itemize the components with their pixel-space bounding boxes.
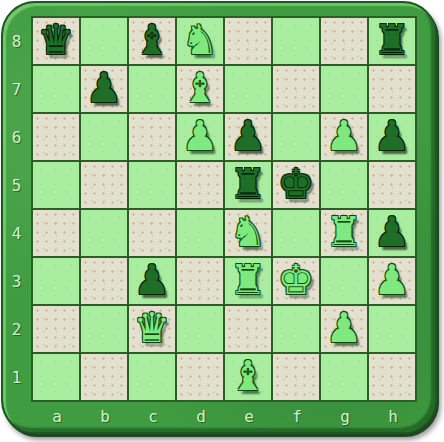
rank-label-3: 3: [3, 257, 30, 305]
rank-label-2: 2: [3, 305, 30, 353]
square-a5[interactable]: [33, 162, 79, 208]
square-f1[interactable]: [273, 354, 319, 400]
square-c8[interactable]: ♝: [129, 18, 175, 64]
square-b8[interactable]: [81, 18, 127, 64]
square-h1[interactable]: [369, 354, 415, 400]
square-e2[interactable]: [225, 306, 271, 352]
square-c5[interactable]: [129, 162, 175, 208]
rank-label-7: 7: [3, 65, 30, 113]
square-a8[interactable]: ♛: [33, 18, 79, 64]
square-a4[interactable]: [33, 210, 79, 256]
square-e6[interactable]: ♟: [225, 114, 271, 160]
square-d8[interactable]: ♞: [177, 18, 223, 64]
square-g1[interactable]: [321, 354, 367, 400]
square-g2[interactable]: ♟: [321, 306, 367, 352]
square-f2[interactable]: [273, 306, 319, 352]
square-f5[interactable]: ♚: [273, 162, 319, 208]
square-g3[interactable]: [321, 258, 367, 304]
square-b1[interactable]: [81, 354, 127, 400]
black-pawn[interactable]: ♟: [374, 113, 411, 159]
square-h2[interactable]: [369, 306, 415, 352]
black-queen[interactable]: ♛: [38, 17, 75, 63]
square-d6[interactable]: ♟: [177, 114, 223, 160]
square-f7[interactable]: [273, 66, 319, 112]
square-g8[interactable]: [321, 18, 367, 64]
white-queen[interactable]: ♛: [134, 305, 171, 351]
square-b6[interactable]: [81, 114, 127, 160]
white-knight[interactable]: ♞: [230, 209, 267, 255]
square-h3[interactable]: ♟: [369, 258, 415, 304]
square-c7[interactable]: [129, 66, 175, 112]
rank-label-4: 4: [3, 209, 30, 257]
chess-board[interactable]: ♛♝♞♜♟♝♟♟♟♟♜♚♞♜♟♟♜♚♟♛♟♝: [31, 16, 417, 402]
square-d4[interactable]: [177, 210, 223, 256]
square-g7[interactable]: [321, 66, 367, 112]
black-bishop[interactable]: ♝: [134, 17, 171, 63]
white-knight[interactable]: ♞: [182, 17, 219, 63]
square-f4[interactable]: [273, 210, 319, 256]
square-c3[interactable]: ♟: [129, 258, 175, 304]
square-c2[interactable]: ♛: [129, 306, 175, 352]
square-g4[interactable]: ♜: [321, 210, 367, 256]
square-e1[interactable]: ♝: [225, 354, 271, 400]
white-king[interactable]: ♚: [278, 257, 315, 303]
white-pawn[interactable]: ♟: [326, 113, 363, 159]
square-a1[interactable]: [33, 354, 79, 400]
square-c1[interactable]: [129, 354, 175, 400]
square-d1[interactable]: [177, 354, 223, 400]
file-label-a: a: [33, 402, 81, 430]
square-c6[interactable]: [129, 114, 175, 160]
square-h8[interactable]: ♜: [369, 18, 415, 64]
white-bishop[interactable]: ♝: [230, 353, 267, 399]
white-rook[interactable]: ♜: [230, 257, 267, 303]
file-label-e: e: [225, 402, 273, 430]
square-a2[interactable]: [33, 306, 79, 352]
rank-labels: 87654321: [3, 17, 30, 401]
square-g5[interactable]: [321, 162, 367, 208]
square-d7[interactable]: ♝: [177, 66, 223, 112]
chess-app-window: 87654321 abcdefgh ♛♝♞♜♟♝♟♟♟♟♜♚♞♜♟♟♜♚♟♛♟♝: [0, 0, 444, 442]
square-e7[interactable]: [225, 66, 271, 112]
square-e4[interactable]: ♞: [225, 210, 271, 256]
rank-label-6: 6: [3, 113, 30, 161]
file-label-f: f: [273, 402, 321, 430]
square-d5[interactable]: [177, 162, 223, 208]
file-label-d: d: [177, 402, 225, 430]
rank-label-8: 8: [3, 17, 30, 65]
square-e5[interactable]: ♜: [225, 162, 271, 208]
square-c4[interactable]: [129, 210, 175, 256]
file-label-c: c: [129, 402, 177, 430]
black-king[interactable]: ♚: [278, 161, 315, 207]
square-a7[interactable]: [33, 66, 79, 112]
black-rook[interactable]: ♜: [230, 161, 267, 207]
black-pawn[interactable]: ♟: [86, 65, 123, 111]
square-b7[interactable]: ♟: [81, 66, 127, 112]
square-h5[interactable]: [369, 162, 415, 208]
square-e3[interactable]: ♜: [225, 258, 271, 304]
file-labels: abcdefgh: [33, 402, 417, 430]
square-f6[interactable]: [273, 114, 319, 160]
white-rook[interactable]: ♜: [326, 209, 363, 255]
file-label-h: h: [369, 402, 417, 430]
white-pawn[interactable]: ♟: [326, 305, 363, 351]
rank-label-1: 1: [3, 353, 30, 401]
square-b5[interactable]: [81, 162, 127, 208]
white-bishop[interactable]: ♝: [182, 65, 219, 111]
black-pawn[interactable]: ♟: [134, 257, 171, 303]
square-b4[interactable]: [81, 210, 127, 256]
square-h7[interactable]: [369, 66, 415, 112]
square-h6[interactable]: ♟: [369, 114, 415, 160]
square-a6[interactable]: [33, 114, 79, 160]
square-h4[interactable]: ♟: [369, 210, 415, 256]
square-d3[interactable]: [177, 258, 223, 304]
square-f3[interactable]: ♚: [273, 258, 319, 304]
square-g6[interactable]: ♟: [321, 114, 367, 160]
square-e8[interactable]: [225, 18, 271, 64]
square-a3[interactable]: [33, 258, 79, 304]
white-pawn[interactable]: ♟: [182, 113, 219, 159]
square-f8[interactable]: [273, 18, 319, 64]
square-b2[interactable]: [81, 306, 127, 352]
square-d2[interactable]: [177, 306, 223, 352]
white-pawn[interactable]: ♟: [374, 257, 411, 303]
square-b3[interactable]: [81, 258, 127, 304]
black-pawn[interactable]: ♟: [230, 113, 267, 159]
black-pawn[interactable]: ♟: [374, 209, 411, 255]
rank-label-5: 5: [3, 161, 30, 209]
black-rook[interactable]: ♜: [374, 17, 411, 63]
file-label-g: g: [321, 402, 369, 430]
file-label-b: b: [81, 402, 129, 430]
